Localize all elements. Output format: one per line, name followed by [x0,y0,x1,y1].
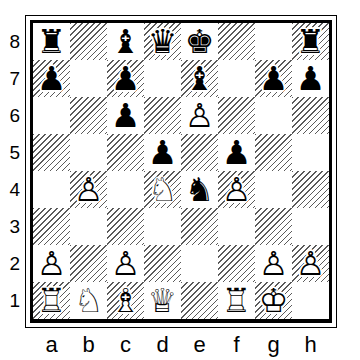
rank-label-2: 2 [0,245,22,282]
piece-glyph: ♙ [74,173,104,206]
piece-black-pawn: ♟♟ [33,60,70,97]
square-g4[interactable] [255,171,292,208]
piece-black-rook: ♜♜ [292,23,329,60]
square-d1[interactable]: ♛♕ [144,282,181,319]
square-g7[interactable]: ♟♟ [255,60,292,97]
piece-black-rook: ♜♜ [33,23,70,60]
square-h5[interactable] [292,134,329,171]
square-e6[interactable]: ♟♙ [181,97,218,134]
square-g5[interactable] [255,134,292,171]
square-b4[interactable]: ♟♙ [70,171,107,208]
piece-black-pawn: ♟♟ [107,60,144,97]
rank-label-4: 4 [0,171,22,208]
square-f5[interactable]: ♟♟ [218,134,255,171]
piece-glyph: ♘ [148,173,178,206]
square-e1[interactable] [181,282,218,319]
square-a7[interactable]: ♟♟ [33,60,70,97]
piece-glyph: ♟ [111,62,141,95]
piece-white-pawn: ♟♙ [255,245,292,282]
square-a4[interactable] [33,171,70,208]
file-label-d: d [144,331,181,359]
piece-glyph: ♜ [296,25,326,58]
piece-black-pawn: ♟♟ [255,60,292,97]
piece-white-rook: ♜♖ [218,282,255,319]
piece-black-queen: ♛♛ [144,23,181,60]
piece-white-queen: ♛♕ [144,282,181,319]
piece-glyph: ♛ [148,25,178,58]
square-a8[interactable]: ♜♜ [33,23,70,60]
square-b1[interactable]: ♞♘ [70,282,107,319]
piece-white-pawn: ♟♙ [33,245,70,282]
square-d6[interactable] [144,97,181,134]
piece-white-knight: ♞♘ [70,282,107,319]
piece-glyph: ♙ [259,247,289,280]
piece-glyph: ♗ [111,284,141,317]
square-f6[interactable] [218,97,255,134]
square-c7[interactable]: ♟♟ [107,60,144,97]
square-g8[interactable] [255,23,292,60]
square-b8[interactable] [70,23,107,60]
square-d7[interactable] [144,60,181,97]
square-b5[interactable] [70,134,107,171]
piece-glyph: ♙ [296,247,326,280]
square-b7[interactable] [70,60,107,97]
rank-label-6: 6 [0,97,22,134]
piece-glyph: ♙ [185,99,215,132]
board-frame: ♜♜♝♝♛♛♚♚♜♜♟♟♟♟♝♝♟♟♟♟♟♟♟♙♟♟♟♟♟♙♞♘♞♞♟♙♟♙♟♙… [25,15,337,328]
rank-labels: 87654321 [0,23,22,319]
piece-white-pawn: ♟♙ [181,97,218,134]
piece-black-bishop: ♝♝ [181,60,218,97]
square-d8[interactable]: ♛♛ [144,23,181,60]
square-c6[interactable]: ♟♟ [107,97,144,134]
square-g6[interactable] [255,97,292,134]
square-c1[interactable]: ♝♗ [107,282,144,319]
square-d5[interactable]: ♟♟ [144,134,181,171]
file-label-e: e [181,331,218,359]
square-b6[interactable] [70,97,107,134]
square-g2[interactable]: ♟♙ [255,245,292,282]
square-c5[interactable] [107,134,144,171]
file-label-c: c [107,331,144,359]
piece-white-king: ♚♔ [255,282,292,319]
square-a2[interactable]: ♟♙ [33,245,70,282]
piece-white-bishop: ♝♗ [107,282,144,319]
square-f8[interactable] [218,23,255,60]
piece-black-king: ♚♚ [181,23,218,60]
square-c3[interactable] [107,208,144,245]
piece-black-pawn: ♟♟ [218,134,255,171]
square-b3[interactable] [70,208,107,245]
file-label-g: g [255,331,292,359]
piece-glyph: ♚ [185,25,215,58]
square-d4[interactable]: ♞♘ [144,171,181,208]
square-h3[interactable] [292,208,329,245]
piece-glyph: ♔ [259,284,289,317]
square-h6[interactable] [292,97,329,134]
square-a6[interactable] [33,97,70,134]
piece-black-pawn: ♟♟ [144,134,181,171]
piece-glyph: ♟ [259,62,289,95]
piece-glyph: ♟ [148,136,178,169]
file-label-f: f [218,331,255,359]
piece-glyph: ♙ [37,247,67,280]
rank-label-5: 5 [0,134,22,171]
piece-glyph: ♟ [222,136,252,169]
square-e2[interactable] [181,245,218,282]
piece-glyph: ♜ [37,25,67,58]
file-label-h: h [292,331,329,359]
piece-glyph: ♘ [74,284,104,317]
piece-glyph: ♖ [37,284,67,317]
square-c4[interactable] [107,171,144,208]
rank-label-7: 7 [0,60,22,97]
square-h4[interactable] [292,171,329,208]
piece-white-pawn: ♟♙ [107,245,144,282]
square-a1[interactable]: ♜♖ [33,282,70,319]
piece-glyph: ♟ [111,99,141,132]
square-b2[interactable] [70,245,107,282]
piece-white-pawn: ♟♙ [218,171,255,208]
square-e4[interactable]: ♞♞ [181,171,218,208]
square-g1[interactable]: ♚♔ [255,282,292,319]
piece-black-pawn: ♟♟ [292,60,329,97]
square-f4[interactable]: ♟♙ [218,171,255,208]
piece-glyph: ♞ [185,173,215,206]
square-e3[interactable] [181,208,218,245]
square-h2[interactable]: ♟♙ [292,245,329,282]
piece-glyph: ♙ [111,247,141,280]
piece-glyph: ♕ [148,284,178,317]
square-c8[interactable]: ♝♝ [107,23,144,60]
square-h1[interactable] [292,282,329,319]
piece-glyph: ♝ [111,25,141,58]
square-g3[interactable] [255,208,292,245]
piece-glyph: ♖ [222,284,252,317]
square-a3[interactable] [33,208,70,245]
square-c2[interactable]: ♟♙ [107,245,144,282]
square-e8[interactable]: ♚♚ [181,23,218,60]
square-d3[interactable] [144,208,181,245]
piece-white-rook: ♜♖ [33,282,70,319]
rank-label-3: 3 [0,208,22,245]
square-e7[interactable]: ♝♝ [181,60,218,97]
square-f1[interactable]: ♜♖ [218,282,255,319]
square-d2[interactable] [144,245,181,282]
square-a5[interactable] [33,134,70,171]
piece-glyph: ♝ [185,62,215,95]
square-h7[interactable]: ♟♟ [292,60,329,97]
piece-glyph: ♟ [296,62,326,95]
square-h8[interactable]: ♜♜ [292,23,329,60]
piece-black-pawn: ♟♟ [107,97,144,134]
piece-glyph: ♟ [37,62,67,95]
square-e5[interactable] [181,134,218,171]
piece-black-knight: ♞♞ [181,171,218,208]
piece-white-pawn: ♟♙ [292,245,329,282]
square-f2[interactable] [218,245,255,282]
square-f7[interactable] [218,60,255,97]
file-label-b: b [70,331,107,359]
square-f3[interactable] [218,208,255,245]
file-label-a: a [33,331,70,359]
piece-white-pawn: ♟♙ [70,171,107,208]
board-border: ♜♜♝♝♛♛♚♚♜♜♟♟♟♟♝♝♟♟♟♟♟♟♟♙♟♟♟♟♟♙♞♘♞♞♟♙♟♙♟♙… [30,20,332,323]
piece-white-knight: ♞♘ [144,171,181,208]
piece-black-bishop: ♝♝ [107,23,144,60]
piece-glyph: ♙ [222,173,252,206]
rank-label-8: 8 [0,23,22,60]
rank-label-1: 1 [0,282,22,319]
file-labels: abcdefgh [33,331,329,359]
chess-board: ♜♜♝♝♛♛♚♚♜♜♟♟♟♟♝♝♟♟♟♟♟♟♟♙♟♟♟♟♟♙♞♘♞♞♟♙♟♙♟♙… [33,23,329,319]
chess-diagram: 87654321 ♜♜♝♝♛♛♚♚♜♜♟♟♟♟♝♝♟♟♟♟♟♟♟♙♟♟♟♟♟♙♞… [0,0,360,360]
